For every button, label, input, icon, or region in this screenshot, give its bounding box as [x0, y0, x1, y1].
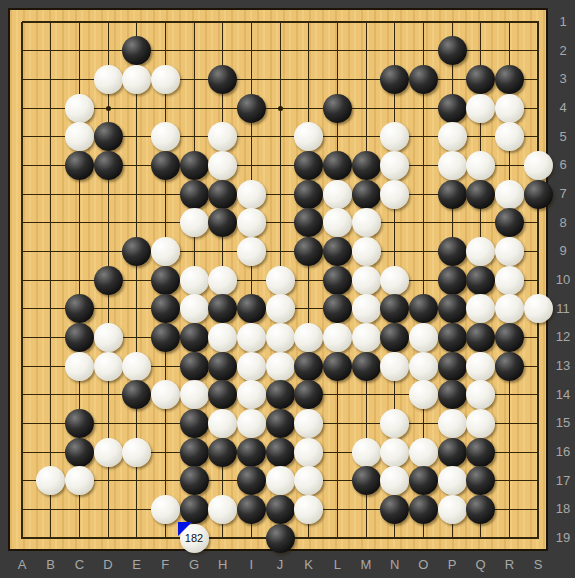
stone-white[interactable] [151, 495, 180, 524]
stone-white[interactable] [466, 409, 495, 438]
row-label: 12 [552, 329, 574, 344]
stone-white[interactable] [380, 151, 409, 180]
stone-black[interactable] [466, 266, 495, 295]
stone-white[interactable] [466, 151, 495, 180]
stone-white[interactable] [409, 438, 438, 467]
row-label: 7 [552, 186, 574, 201]
row-label: 18 [552, 501, 574, 516]
column-label: D [98, 557, 118, 572]
stone-black[interactable] [65, 438, 94, 467]
stone-white[interactable] [237, 323, 266, 352]
stone-black[interactable] [380, 323, 409, 352]
stone-white[interactable] [466, 237, 495, 266]
stone-white[interactable] [208, 151, 237, 180]
stone-white[interactable] [180, 380, 209, 409]
row-label: 8 [552, 215, 574, 230]
stone-white[interactable] [94, 323, 123, 352]
stone-black[interactable] [208, 180, 237, 209]
stone-white[interactable] [208, 409, 237, 438]
stone-black[interactable] [409, 495, 438, 524]
stone-black[interactable] [180, 151, 209, 180]
stone-white[interactable] [266, 294, 295, 323]
stone-black[interactable] [180, 438, 209, 467]
stone-white[interactable] [323, 323, 352, 352]
stone-black[interactable] [495, 352, 524, 381]
column-label: P [442, 557, 462, 572]
stone-black[interactable] [323, 294, 352, 323]
stone-white[interactable] [438, 409, 467, 438]
stone-black[interactable] [65, 151, 94, 180]
row-label: 15 [552, 415, 574, 430]
stone-black[interactable] [323, 352, 352, 381]
stone-white[interactable] [208, 495, 237, 524]
stone-black[interactable] [208, 352, 237, 381]
stone-black[interactable] [438, 438, 467, 467]
stone-white[interactable] [438, 151, 467, 180]
row-label: 3 [552, 71, 574, 86]
stone-white[interactable] [294, 495, 323, 524]
stone-black[interactable] [180, 180, 209, 209]
stone-white[interactable] [409, 352, 438, 381]
column-label: K [299, 557, 319, 572]
stone-black[interactable] [466, 65, 495, 94]
grid-line-vertical [537, 22, 539, 539]
stone-white[interactable] [438, 495, 467, 524]
stone-white[interactable] [65, 122, 94, 151]
stone-white[interactable] [409, 380, 438, 409]
stone-black[interactable] [208, 438, 237, 467]
stone-white[interactable] [266, 466, 295, 495]
column-label: J [270, 557, 290, 572]
stone-white[interactable] [438, 122, 467, 151]
stone-black[interactable] [466, 438, 495, 467]
stone-white[interactable] [94, 352, 123, 381]
stone-black[interactable] [352, 466, 381, 495]
stone-black[interactable] [352, 151, 381, 180]
stone-white[interactable] [352, 208, 381, 237]
stone-white[interactable] [380, 409, 409, 438]
stone-black[interactable] [266, 380, 295, 409]
stone-white[interactable] [352, 438, 381, 467]
row-label: 5 [552, 129, 574, 144]
stone-white[interactable] [122, 352, 151, 381]
stone-black[interactable] [495, 323, 524, 352]
stone-black[interactable] [466, 495, 495, 524]
stone-black[interactable] [180, 409, 209, 438]
stone-black[interactable] [266, 495, 295, 524]
stone-white[interactable] [94, 438, 123, 467]
column-label: Q [471, 557, 491, 572]
stone-white[interactable] [495, 294, 524, 323]
row-label: 4 [552, 100, 574, 115]
column-label: I [241, 557, 261, 572]
stone-white[interactable] [495, 180, 524, 209]
stone-black[interactable] [266, 409, 295, 438]
stone-white[interactable] [237, 237, 266, 266]
stone-black[interactable] [438, 323, 467, 352]
column-label: G [184, 557, 204, 572]
stone-white[interactable] [122, 65, 151, 94]
stone-black[interactable] [151, 323, 180, 352]
stone-white-last-move[interactable]: 182 [180, 524, 209, 553]
stone-black[interactable] [237, 438, 266, 467]
stone-black[interactable] [409, 294, 438, 323]
stone-white[interactable] [237, 352, 266, 381]
stone-black[interactable] [438, 180, 467, 209]
stone-black[interactable] [208, 65, 237, 94]
stone-black[interactable] [237, 466, 266, 495]
stone-black[interactable] [294, 237, 323, 266]
grid-line-horizontal [22, 21, 539, 23]
column-label: S [528, 557, 548, 572]
stone-white[interactable] [495, 237, 524, 266]
stone-black[interactable] [438, 352, 467, 381]
stone-black[interactable] [180, 495, 209, 524]
stone-white[interactable] [65, 94, 94, 123]
row-label: 16 [552, 444, 574, 459]
stone-black[interactable] [409, 65, 438, 94]
column-label: O [413, 557, 433, 572]
stone-black[interactable] [94, 151, 123, 180]
row-label: 17 [552, 473, 574, 488]
stone-black[interactable] [323, 94, 352, 123]
stone-black[interactable] [438, 294, 467, 323]
grid-line-vertical [21, 22, 23, 539]
stone-white[interactable] [352, 266, 381, 295]
column-label: H [213, 557, 233, 572]
go-app-window: 182ABCDEFGHIJKLMNOPQRS123456789101112131… [0, 0, 575, 578]
stone-white[interactable] [180, 266, 209, 295]
stone-black[interactable] [180, 352, 209, 381]
row-label: 14 [552, 387, 574, 402]
stone-white[interactable] [237, 180, 266, 209]
stone-white[interactable] [438, 466, 467, 495]
column-label: B [41, 557, 61, 572]
grid-line-horizontal [22, 222, 539, 223]
stone-black[interactable] [495, 208, 524, 237]
stone-black[interactable] [266, 438, 295, 467]
stone-white[interactable] [237, 409, 266, 438]
stone-black[interactable] [151, 151, 180, 180]
stone-white[interactable] [237, 380, 266, 409]
column-label: E [127, 557, 147, 572]
stone-white[interactable] [380, 352, 409, 381]
stone-black[interactable] [380, 495, 409, 524]
stone-white[interactable] [266, 323, 295, 352]
stone-white[interactable] [495, 122, 524, 151]
stone-white[interactable] [151, 65, 180, 94]
stone-white[interactable] [151, 237, 180, 266]
stone-black[interactable] [352, 352, 381, 381]
stone-white[interactable] [65, 466, 94, 495]
row-label: 11 [552, 301, 574, 316]
grid-line-vertical [50, 22, 51, 539]
stone-black[interactable] [438, 94, 467, 123]
column-label: R [499, 557, 519, 572]
move-number-label: 182 [180, 524, 209, 553]
stone-black[interactable] [237, 94, 266, 123]
stone-black[interactable] [438, 380, 467, 409]
star-point [106, 106, 111, 111]
stone-white[interactable] [495, 94, 524, 123]
stone-black[interactable] [237, 495, 266, 524]
stone-black[interactable] [65, 409, 94, 438]
stone-white[interactable] [323, 180, 352, 209]
row-label: 19 [552, 530, 574, 545]
stone-white[interactable] [208, 323, 237, 352]
stone-white[interactable] [352, 323, 381, 352]
stone-black[interactable] [294, 352, 323, 381]
row-label: 9 [552, 243, 574, 258]
column-label: A [12, 557, 32, 572]
stone-black[interactable] [323, 266, 352, 295]
stone-black[interactable] [352, 180, 381, 209]
column-label: F [155, 557, 175, 572]
stone-white[interactable] [352, 237, 381, 266]
row-label: 10 [552, 272, 574, 287]
stone-black[interactable] [380, 65, 409, 94]
stone-white[interactable] [266, 266, 295, 295]
stone-black[interactable] [524, 180, 553, 209]
stone-white[interactable] [466, 352, 495, 381]
stone-white[interactable] [65, 352, 94, 381]
stone-white[interactable] [151, 122, 180, 151]
stone-white[interactable] [294, 438, 323, 467]
stone-black[interactable] [438, 266, 467, 295]
stone-black[interactable] [94, 266, 123, 295]
stone-black[interactable] [438, 237, 467, 266]
stone-white[interactable] [266, 352, 295, 381]
row-label: 2 [552, 43, 574, 58]
stone-black[interactable] [266, 524, 295, 553]
stone-black[interactable] [323, 237, 352, 266]
stone-white[interactable] [409, 323, 438, 352]
stone-black[interactable] [409, 466, 438, 495]
stone-black[interactable] [94, 122, 123, 151]
stone-black[interactable] [323, 151, 352, 180]
stone-white[interactable] [524, 294, 553, 323]
row-label: 13 [552, 358, 574, 373]
stone-white[interactable] [495, 266, 524, 295]
stone-white[interactable] [151, 380, 180, 409]
stone-black[interactable] [180, 323, 209, 352]
stone-white[interactable] [180, 208, 209, 237]
stone-black[interactable] [65, 323, 94, 352]
star-point [278, 106, 283, 111]
stone-white[interactable] [208, 266, 237, 295]
stone-black[interactable] [122, 237, 151, 266]
stone-black[interactable] [65, 294, 94, 323]
stone-black[interactable] [294, 180, 323, 209]
stone-white[interactable] [294, 323, 323, 352]
stone-black[interactable] [151, 294, 180, 323]
stone-black[interactable] [466, 323, 495, 352]
stone-white[interactable] [323, 208, 352, 237]
stone-white[interactable] [122, 438, 151, 467]
stone-white[interactable] [380, 438, 409, 467]
column-label: N [385, 557, 405, 572]
stone-white[interactable] [524, 151, 553, 180]
column-label: M [356, 557, 376, 572]
stone-white[interactable] [380, 180, 409, 209]
column-label: L [327, 557, 347, 572]
stone-black[interactable] [151, 266, 180, 295]
stone-white[interactable] [294, 409, 323, 438]
stone-white[interactable] [237, 208, 266, 237]
row-label: 6 [552, 157, 574, 172]
stone-white[interactable] [180, 294, 209, 323]
row-label: 1 [552, 14, 574, 29]
stone-white[interactable] [380, 266, 409, 295]
stone-black[interactable] [466, 180, 495, 209]
stone-black[interactable] [180, 466, 209, 495]
stone-white[interactable] [466, 94, 495, 123]
column-label: C [69, 557, 89, 572]
stone-white[interactable] [94, 65, 123, 94]
stone-white[interactable] [352, 294, 381, 323]
stone-black[interactable] [294, 151, 323, 180]
stone-black[interactable] [438, 36, 467, 65]
stone-black[interactable] [495, 65, 524, 94]
stone-black[interactable] [237, 294, 266, 323]
